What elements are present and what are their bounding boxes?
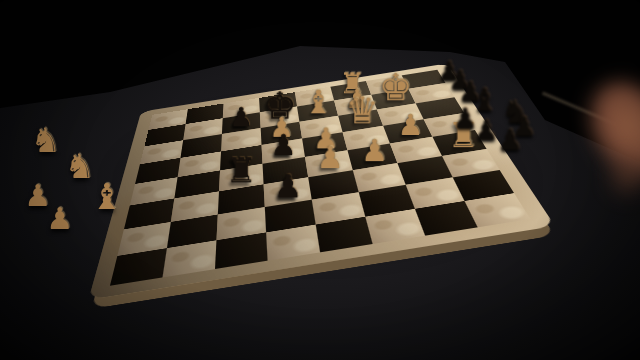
white-pawn: ♟ [352, 136, 397, 166]
square-e6: ♜ [219, 164, 264, 192]
square-h5 [266, 225, 320, 261]
square-h4 [316, 217, 373, 253]
black-rook: ♜ [219, 153, 264, 188]
square-g6 [217, 207, 267, 240]
white-bishop: ♝ [299, 86, 338, 119]
photo-scene: ♜♟♚♝♟♚♟♛♟♟♟♜♟♟♜♟ ♞♞♟♝♟ ♟♟♟♝♟♞♟♟♟ [0, 0, 640, 360]
white-queen: ♛ [342, 92, 383, 129]
white-pawn: ♟ [308, 143, 353, 173]
square-h8 [110, 248, 167, 286]
black-pawn-captured: ♟ [512, 113, 536, 140]
black-pawn-captured: ♟ [473, 117, 498, 145]
hand-shadow [604, 150, 640, 202]
square-h1 [464, 193, 530, 227]
black-pawn: ♟ [222, 104, 261, 130]
white-bishop-captured: ♝ [91, 179, 123, 215]
white-knight-captured: ♞ [31, 123, 61, 157]
black-pawn: ♟ [264, 171, 311, 203]
white-pawn-captured: ♟ [47, 204, 74, 234]
black-pawn: ♟ [262, 131, 305, 160]
